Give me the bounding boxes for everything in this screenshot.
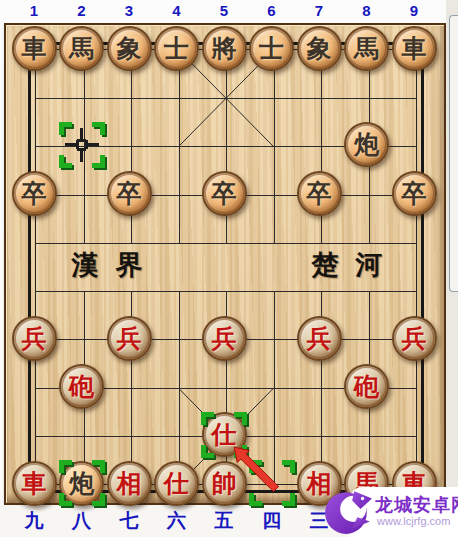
dragon-logo-icon [322, 487, 374, 537]
river-label-left: 漢界 [55, 247, 160, 283]
piece-red-chariot[interactable]: 車 [12, 461, 57, 506]
top-coordinate-strip [0, 0, 458, 23]
top-file-label: 5 [220, 2, 228, 19]
piece-black-soldier[interactable]: 卒 [202, 171, 247, 216]
piece-red-soldier[interactable]: 兵 [202, 316, 247, 361]
piece-black-chariot[interactable]: 車 [392, 26, 437, 71]
piece-red-cannon[interactable]: 砲 [344, 364, 389, 409]
piece-red-soldier[interactable]: 兵 [297, 316, 342, 361]
board-cell[interactable] [84, 98, 132, 146]
piece-black-elephant[interactable]: 象 [107, 26, 152, 71]
piece-red-soldier[interactable]: 兵 [392, 316, 437, 361]
board-cell[interactable] [36, 98, 84, 146]
piece-black-horse[interactable]: 馬 [59, 26, 104, 71]
board-cell[interactable] [226, 243, 274, 291]
top-file-label: 6 [267, 2, 275, 19]
bottom-file-label: 九 [25, 508, 44, 534]
side-panel-border [449, 15, 458, 292]
bottom-file-label: 四 [262, 508, 281, 534]
piece-red-advisor[interactable]: 仕 [154, 461, 199, 506]
bottom-file-label: 七 [120, 508, 139, 534]
board-cell[interactable] [274, 388, 322, 436]
piece-black-cannon[interactable]: 炮 [59, 461, 104, 506]
top-file-label: 1 [30, 2, 38, 19]
top-file-label: 9 [410, 2, 418, 19]
top-file-label: 4 [172, 2, 180, 19]
piece-black-advisor[interactable]: 士 [154, 26, 199, 71]
piece-red-cannon[interactable]: 砲 [59, 364, 104, 409]
piece-black-soldier[interactable]: 卒 [297, 171, 342, 216]
top-file-label: 2 [77, 2, 85, 19]
board-cell[interactable] [179, 243, 227, 291]
piece-black-soldier[interactable]: 卒 [392, 171, 437, 216]
piece-red-general[interactable]: 帥 [202, 461, 247, 506]
bottom-file-label: 六 [167, 508, 186, 534]
river-label-right: 楚河 [295, 247, 400, 283]
piece-black-chariot[interactable]: 車 [12, 26, 57, 71]
board-cell[interactable] [226, 98, 274, 146]
piece-black-elephant[interactable]: 象 [297, 26, 342, 71]
bottom-file-label: 八 [72, 508, 91, 534]
piece-black-cannon[interactable]: 炮 [344, 122, 389, 167]
right-side-panel [446, 0, 458, 537]
top-file-label: 7 [315, 2, 323, 19]
piece-red-elephant[interactable]: 相 [107, 461, 152, 506]
board-cell[interactable] [274, 98, 322, 146]
bottom-file-label: 五 [215, 508, 234, 534]
watermark-site-name: 龙城安卓网 [375, 493, 458, 517]
piece-black-soldier[interactable]: 卒 [12, 171, 57, 216]
piece-black-advisor[interactable]: 士 [249, 26, 294, 71]
watermark-url: www.lcjrfg.com [377, 515, 450, 527]
top-file-label: 8 [362, 2, 370, 19]
piece-black-general[interactable]: 將 [202, 26, 247, 71]
piece-black-horse[interactable]: 馬 [344, 26, 389, 71]
xiangqi-app: 漢界 楚河 123456789九八七六五四三二一 車馬象士將士象馬車炮卒卒卒卒卒… [0, 0, 458, 537]
piece-red-soldier[interactable]: 兵 [12, 316, 57, 361]
piece-red-soldier[interactable]: 兵 [107, 316, 152, 361]
watermark: 龙城安卓网 www.lcjrfg.com [322, 486, 458, 537]
piece-red-advisor[interactable]: 仕 [202, 412, 247, 457]
piece-black-soldier[interactable]: 卒 [107, 171, 152, 216]
board-cell[interactable] [131, 388, 179, 436]
board-cell[interactable] [179, 98, 227, 146]
top-file-label: 3 [125, 2, 133, 19]
board-cell[interactable] [131, 98, 179, 146]
